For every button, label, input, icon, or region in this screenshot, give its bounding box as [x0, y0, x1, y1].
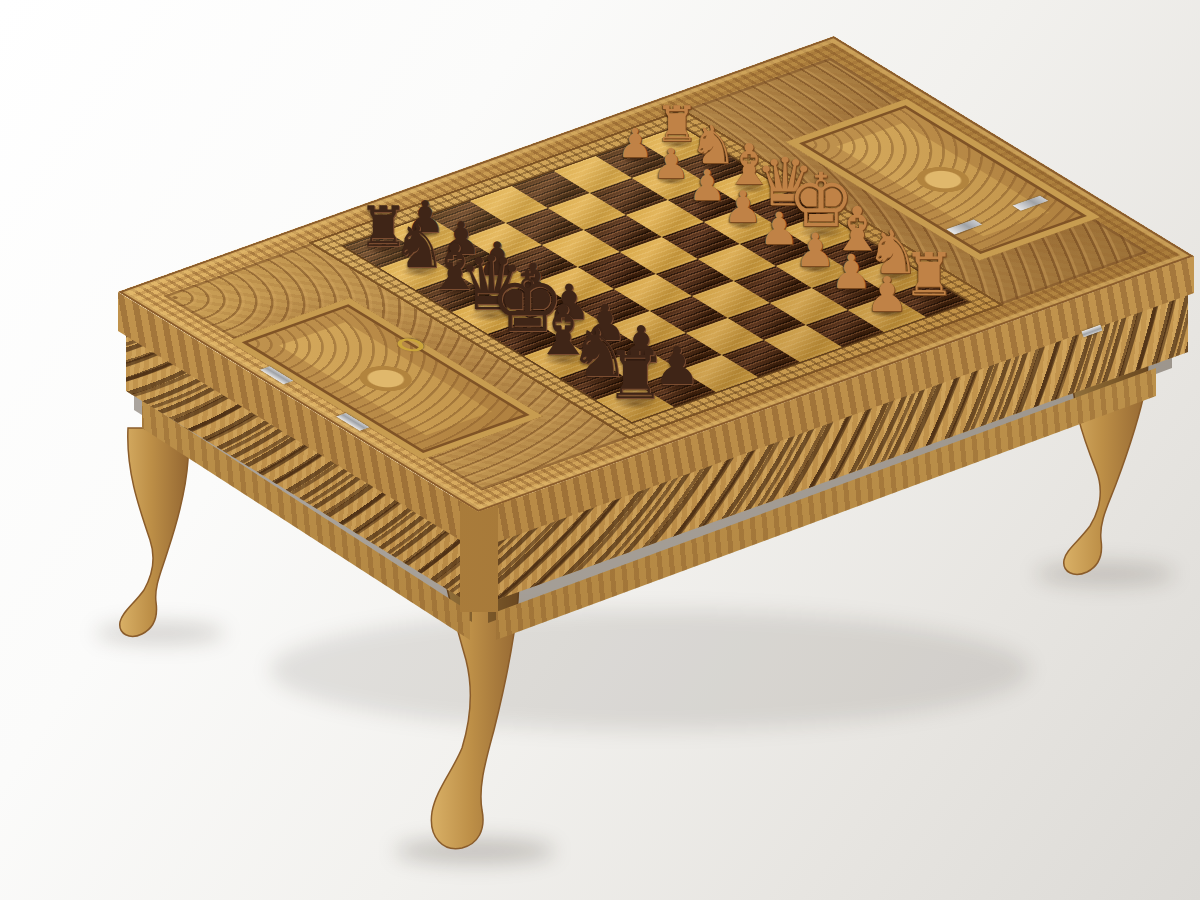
- piece-white-pawn-e2[interactable]: ♟: [759, 206, 799, 251]
- photo-scene: ♜♞♝♛♚♝♞♜♟♟♟♟♟♟♟♟♟♟♟♟♟♟♟♟♜♞♝♛♚♝♞♜: [0, 0, 1200, 900]
- piece-black-rook-h8[interactable]: ♜: [605, 343, 664, 409]
- piece-white-pawn-h2[interactable]: ♟: [865, 269, 908, 317]
- piece-white-rook-h1[interactable]: ♜: [903, 244, 956, 303]
- piece-white-pawn-d2[interactable]: ♟: [724, 185, 763, 228]
- piece-white-pawn-c2[interactable]: ♟: [688, 165, 726, 207]
- piece-white-pawn-a2[interactable]: ♟: [617, 123, 653, 163]
- piece-white-pawn-b2[interactable]: ♟: [653, 144, 690, 185]
- left-leg: [120, 428, 189, 636]
